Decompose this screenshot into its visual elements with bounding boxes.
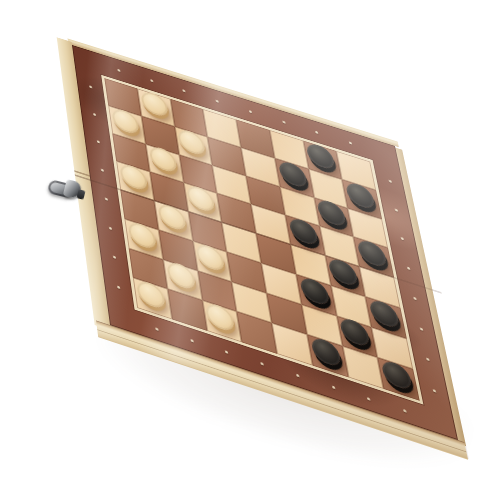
frame-pin <box>249 110 252 113</box>
frame-pin <box>260 362 264 366</box>
frame-pin <box>432 389 436 393</box>
frame-pin <box>89 85 92 88</box>
frame-pin <box>367 397 371 401</box>
frame-pin <box>108 226 111 229</box>
frame-pin <box>96 140 99 143</box>
frame-pin <box>388 179 391 182</box>
frame-pin <box>394 208 397 211</box>
frame-pin <box>100 168 103 171</box>
frame-pin <box>183 89 186 92</box>
frame-pin <box>419 327 423 331</box>
frame-pin <box>400 237 404 240</box>
frame-pin <box>315 130 318 133</box>
frame-pin <box>406 266 410 270</box>
frame-pin <box>190 338 193 342</box>
frame-pin <box>413 296 417 300</box>
frame-pin <box>296 373 300 377</box>
frame-pin <box>225 350 228 354</box>
clasp-pin-icon <box>77 189 86 199</box>
frame-pin <box>331 385 335 389</box>
frame-pin <box>116 285 119 289</box>
frame-pin <box>92 112 95 115</box>
frame-pin <box>216 99 219 102</box>
frame-pin <box>403 409 407 413</box>
frame-pin <box>426 358 430 362</box>
frame-pin <box>282 120 285 123</box>
frame-pin <box>150 79 153 82</box>
product-photo-scene <box>0 0 500 500</box>
frame-pin <box>112 256 115 260</box>
frame-pin <box>155 327 158 331</box>
frame-pin <box>117 68 120 71</box>
frame-pin <box>104 197 107 200</box>
frame-pin <box>349 141 352 144</box>
